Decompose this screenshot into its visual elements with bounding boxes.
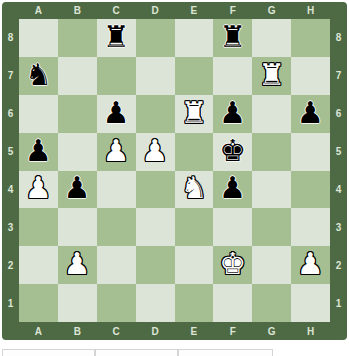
file-label-g-top: G [252,2,291,19]
square-e2[interactable] [175,246,214,284]
page: ABCDEFGH8♜♜87♞♜76♟♜♟♟65♟♟♟♚54♟♟♞♟4332♟♚♟… [0,0,349,356]
square-b2[interactable]: ♟ [58,246,97,284]
file-label-d-bottom: D [136,322,175,340]
square-b1[interactable] [58,284,97,322]
file-label-b-bottom: B [58,322,97,340]
rank-label-5-right: 5 [330,133,347,171]
square-h4[interactable] [291,171,330,209]
cropped-panel-cell [178,349,273,356]
square-e7[interactable] [175,57,214,95]
file-label-h-top: H [291,2,330,19]
square-c3[interactable] [97,208,136,246]
board-corner [2,2,19,19]
square-e1[interactable] [175,284,214,322]
cropped-panel-row [2,349,273,356]
piece-white-rook: ♜ [180,98,207,128]
square-a1[interactable] [19,284,58,322]
square-b8[interactable] [58,19,97,57]
square-d7[interactable] [136,57,175,95]
square-c2[interactable] [97,246,136,284]
square-e3[interactable] [175,208,214,246]
square-e6[interactable]: ♜ [175,95,214,133]
piece-black-rook: ♜ [103,22,130,52]
square-c4[interactable] [97,171,136,209]
piece-black-pawn: ♟ [219,173,246,203]
rank-label-7-left: 7 [2,57,19,95]
rank-label-2-left: 2 [2,246,19,284]
board-corner [330,2,347,19]
chess-board: ABCDEFGH8♜♜87♞♜76♟♜♟♟65♟♟♟♚54♟♟♞♟4332♟♚♟… [2,2,347,340]
square-d2[interactable] [136,246,175,284]
square-e8[interactable] [175,19,214,57]
square-a7[interactable]: ♞ [19,57,58,95]
square-g5[interactable] [252,133,291,171]
file-label-e-bottom: E [175,322,214,340]
square-g4[interactable] [252,171,291,209]
rank-label-1-right: 1 [330,284,347,322]
square-c6[interactable]: ♟ [97,95,136,133]
square-e5[interactable] [175,133,214,171]
rank-label-7-right: 7 [330,57,347,95]
rank-label-1-left: 1 [2,284,19,322]
file-label-c-top: C [97,2,136,19]
piece-white-pawn: ♟ [64,249,91,279]
square-f3[interactable] [213,208,252,246]
square-a3[interactable] [19,208,58,246]
rank-label-4-left: 4 [2,171,19,209]
board-corner [2,322,19,340]
piece-black-pawn: ♟ [64,173,91,203]
square-g8[interactable] [252,19,291,57]
square-g1[interactable] [252,284,291,322]
square-d4[interactable] [136,171,175,209]
piece-white-knight: ♞ [180,173,207,203]
piece-black-king: ♚ [219,136,246,166]
square-a4[interactable]: ♟ [19,171,58,209]
square-b7[interactable] [58,57,97,95]
square-b5[interactable] [58,133,97,171]
square-f8[interactable]: ♜ [213,19,252,57]
piece-black-rook: ♜ [219,22,246,52]
piece-black-pawn: ♟ [103,98,130,128]
square-f6[interactable]: ♟ [213,95,252,133]
file-label-f-bottom: F [213,322,252,340]
rank-label-6-right: 6 [330,95,347,133]
square-f5[interactable]: ♚ [213,133,252,171]
square-h6[interactable]: ♟ [291,95,330,133]
rank-label-2-right: 2 [330,246,347,284]
piece-black-knight: ♞ [25,60,52,90]
square-d6[interactable] [136,95,175,133]
board-corner [330,322,347,340]
piece-black-pawn: ♟ [219,98,246,128]
square-h1[interactable] [291,284,330,322]
square-b3[interactable] [58,208,97,246]
square-b6[interactable] [58,95,97,133]
square-f1[interactable] [213,284,252,322]
piece-white-pawn: ♟ [25,173,52,203]
file-label-d-top: D [136,2,175,19]
rank-label-6-left: 6 [2,95,19,133]
piece-white-pawn: ♟ [142,136,169,166]
square-g2[interactable] [252,246,291,284]
file-label-c-bottom: C [97,322,136,340]
piece-white-king: ♚ [219,249,246,279]
square-a5[interactable]: ♟ [19,133,58,171]
square-h7[interactable] [291,57,330,95]
square-h8[interactable] [291,19,330,57]
square-f7[interactable] [213,57,252,95]
square-d1[interactable] [136,284,175,322]
file-label-h-bottom: H [291,322,330,340]
square-c5[interactable]: ♟ [97,133,136,171]
piece-black-pawn: ♟ [25,136,52,166]
cropped-panel-cell [95,349,178,356]
square-h2[interactable]: ♟ [291,246,330,284]
square-d5[interactable]: ♟ [136,133,175,171]
square-g3[interactable] [252,208,291,246]
square-h5[interactable] [291,133,330,171]
square-g6[interactable] [252,95,291,133]
square-c7[interactable] [97,57,136,95]
square-d8[interactable] [136,19,175,57]
square-g7[interactable]: ♜ [252,57,291,95]
square-a2[interactable] [19,246,58,284]
square-a8[interactable] [19,19,58,57]
square-c8[interactable]: ♜ [97,19,136,57]
file-label-a-bottom: A [19,322,58,340]
square-c1[interactable] [97,284,136,322]
square-f4[interactable]: ♟ [213,171,252,209]
file-label-a-top: A [19,2,58,19]
square-e4[interactable]: ♞ [175,171,214,209]
square-d3[interactable] [136,208,175,246]
piece-white-rook: ♜ [258,60,285,90]
rank-label-8-left: 8 [2,19,19,57]
file-label-e-top: E [175,2,214,19]
piece-white-pawn: ♟ [297,249,324,279]
square-h3[interactable] [291,208,330,246]
square-f2[interactable]: ♚ [213,246,252,284]
file-label-b-top: B [58,2,97,19]
rank-label-3-left: 3 [2,208,19,246]
cropped-panel-cell [2,349,95,356]
rank-label-8-right: 8 [330,19,347,57]
piece-black-pawn: ♟ [297,98,324,128]
square-a6[interactable] [19,95,58,133]
rank-label-4-right: 4 [330,171,347,209]
rank-label-3-right: 3 [330,208,347,246]
square-b4[interactable]: ♟ [58,171,97,209]
rank-label-5-left: 5 [2,133,19,171]
file-label-g-bottom: G [252,322,291,340]
piece-white-pawn: ♟ [103,136,130,166]
file-label-f-top: F [213,2,252,19]
